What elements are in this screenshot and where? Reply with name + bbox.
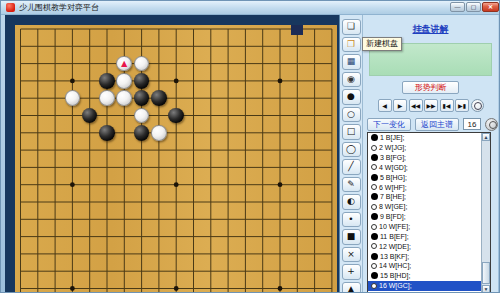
move-list-item[interactable]: 15 B[HD]; — [368, 271, 481, 281]
black-stone-tool-button[interactable]: ● — [342, 89, 361, 105]
move-label: 10 W[FE]; — [379, 223, 410, 230]
move-list-item[interactable]: 1 B[JE]; — [368, 133, 481, 143]
scrollbar-thumb[interactable] — [482, 262, 490, 284]
close-button[interactable]: ✕ — [482, 2, 499, 12]
white-stone-icon — [371, 145, 377, 151]
move-label: 4 W[GD]; — [379, 164, 408, 171]
star-point — [174, 182, 179, 187]
black-stone-icon — [371, 253, 378, 260]
black-stone-icon — [371, 174, 378, 181]
star-point — [278, 286, 283, 291]
white-stone-icon — [371, 243, 377, 249]
go-board-frame: ▲ — [5, 15, 339, 293]
move-label: 14 W[HC]; — [379, 262, 411, 269]
star-point — [278, 182, 283, 187]
app-window: 少儿围棋教学对弈平台 — ▢ ✕ ▲ ❏❐▦◉●○□◯╱✎◐•■×+▲ 新建棋盘… — [0, 0, 500, 293]
stone-black[interactable] — [82, 108, 98, 124]
go-end-button[interactable]: ▶▮ — [455, 99, 469, 112]
edit-toolbar: ❏❐▦◉●○□◯╱✎◐•■×+▲ — [339, 15, 363, 293]
stone-white[interactable] — [65, 90, 81, 106]
move-list-item[interactable]: 14 W[HC]; — [368, 261, 481, 271]
circle-mark-tool-button[interactable]: ◯ — [342, 142, 361, 158]
black-stone-icon — [371, 193, 378, 200]
stone-black[interactable] — [134, 73, 150, 89]
square-marker — [291, 25, 303, 35]
freehand-tool-button[interactable]: ✎ — [342, 177, 361, 193]
white-stone-icon — [371, 204, 377, 210]
timer-button[interactable] — [485, 118, 498, 131]
move-list-item[interactable]: 16 W[GC]; — [368, 281, 481, 291]
stone-black[interactable] — [134, 90, 150, 106]
black-stone-icon — [371, 272, 378, 279]
move-counter[interactable]: 16 — [463, 118, 481, 130]
alternate-stone-tool-button[interactable]: ◐ — [342, 194, 361, 210]
star-point — [70, 286, 75, 291]
move-list-item[interactable]: 7 B[HE]; — [368, 192, 481, 202]
move-label: 16 W[GC]; — [379, 282, 412, 289]
move-label: 13 B[KF]; — [380, 253, 409, 260]
minimize-button[interactable]: — — [450, 2, 465, 12]
move-list-item[interactable]: 6 W[HF]; — [368, 182, 481, 192]
move-list-item[interactable]: 4 W[GD]; — [368, 163, 481, 173]
white-stone-icon — [371, 164, 377, 170]
move-list-item[interactable]: 9 B[FD]; — [368, 212, 481, 222]
stone-white[interactable] — [134, 108, 150, 124]
stone-white[interactable] — [151, 125, 167, 141]
stone-white[interactable] — [116, 73, 132, 89]
stone-black[interactable] — [99, 73, 115, 89]
move-label: 7 B[HE]; — [380, 193, 406, 200]
board-grid: ▲ — [15, 25, 337, 141]
move-list-item[interactable]: 2 W[JG]; — [368, 143, 481, 153]
app-logo-icon — [6, 3, 15, 12]
move-label: 11 B[EF]; — [380, 233, 409, 240]
move-label: 9 B[FD]; — [380, 213, 406, 220]
move-label: 6 W[HF]; — [379, 184, 407, 191]
stone-white[interactable] — [99, 90, 115, 106]
move-label: 5 B[HG]; — [380, 174, 407, 181]
go-start-button[interactable]: ▮◀ — [440, 99, 454, 112]
stone-white[interactable] — [134, 56, 150, 72]
move-label: 1 B[JE]; — [380, 134, 405, 141]
move-list[interactable]: 1 B[JE];2 W[JG];3 B[FG];4 W[GD];5 B[HG];… — [367, 132, 491, 293]
step-back-button[interactable]: ◀ — [378, 99, 392, 112]
maximize-button[interactable]: ▢ — [466, 2, 481, 12]
move-list-item[interactable]: 3 B[FG]; — [368, 153, 481, 163]
move-list-scrollbar[interactable]: ▲ ▼ — [481, 133, 490, 293]
star-point — [174, 286, 179, 291]
move-list-item[interactable]: 13 B[KF]; — [368, 251, 481, 261]
triangle-mark-tool-button[interactable]: ▲ — [342, 282, 361, 293]
step-forward-button[interactable]: ▶ — [393, 99, 407, 112]
line-tool-button[interactable]: ╱ — [342, 159, 361, 175]
next-variation-button[interactable]: 下一变化 — [367, 118, 411, 131]
stone-black[interactable] — [168, 108, 184, 124]
move-label: 15 B[HD]; — [380, 272, 410, 279]
black-stone-icon — [371, 233, 378, 240]
stone-black[interactable] — [151, 90, 167, 106]
review-panel: 挂盘讲解 形势判断 ◀▶◀◀▶▶▮◀▶▮ 下一变化 返回主谱 16 1 B[JE… — [363, 15, 498, 293]
stone-white[interactable] — [116, 90, 132, 106]
square-mark-tool-button[interactable]: □ — [342, 124, 361, 140]
star-point — [70, 182, 75, 187]
scroll-down-arrow[interactable]: ▼ — [482, 285, 490, 293]
move-label: 8 W[GE]; — [379, 203, 407, 210]
fast-forward-button[interactable]: ▶▶ — [424, 99, 438, 112]
move-label: 12 W[DE]; — [379, 243, 411, 250]
white-stone-icon — [371, 283, 377, 289]
open-file-button[interactable]: ❐ — [342, 37, 361, 53]
fast-back-button[interactable]: ◀◀ — [409, 99, 423, 112]
stone-black[interactable] — [99, 125, 115, 141]
move-list-item[interactable]: 11 B[EF]; — [368, 231, 481, 241]
panel-title: 挂盘讲解 — [363, 23, 498, 36]
black-stone-icon — [371, 134, 378, 141]
title-bar: 少儿围棋教学对弈平台 — ▢ ✕ — [1, 1, 500, 15]
stone-black[interactable] — [134, 125, 150, 141]
variation-row: 下一变化 返回主谱 16 — [363, 117, 498, 131]
move-label: 2 W[JG]; — [379, 144, 406, 151]
edit-stone-button[interactable]: ◉ — [342, 72, 361, 88]
new-file-button[interactable]: ❏ — [342, 19, 361, 35]
scroll-up-arrow[interactable]: ▲ — [482, 133, 490, 141]
back-to-main-button[interactable]: 返回主谱 — [415, 118, 459, 131]
move-list-item[interactable]: 10 W[FE]; — [368, 222, 481, 232]
white-stone-icon — [371, 263, 377, 269]
clock-button[interactable] — [471, 99, 484, 112]
tooltip-new-board: 新建棋盘 — [362, 37, 402, 51]
white-stone-tool-button[interactable]: ○ — [342, 107, 361, 123]
black-stone-icon — [371, 213, 378, 220]
dot-mark-tool-button[interactable]: • — [342, 212, 361, 228]
move-list-item[interactable]: 8 W[GE]; — [368, 202, 481, 212]
go-board[interactable]: ▲ — [15, 25, 337, 293]
plus-mark-tool-button[interactable]: + — [342, 264, 361, 280]
black-stone-icon — [371, 154, 378, 161]
white-stone-icon — [371, 184, 377, 190]
move-label: 3 B[FG]; — [380, 154, 406, 161]
last-move-triangle-marker: ▲ — [116, 55, 133, 72]
white-stone-icon — [371, 224, 377, 230]
move-list-item[interactable]: 5 B[HG]; — [368, 172, 481, 182]
x-mark-tool-button[interactable]: × — [342, 247, 361, 263]
move-list-item[interactable]: 12 W[DE]; — [368, 241, 481, 251]
save-file-button[interactable]: ▦ — [342, 54, 361, 70]
filled-square-tool-button[interactable]: ■ — [342, 229, 361, 245]
window-title: 少儿围棋教学对弈平台 — [19, 1, 99, 15]
position-judge-button[interactable]: 形势判断 — [402, 81, 459, 94]
navigation-row: ◀▶◀◀▶▶▮◀▶▮ — [363, 98, 498, 112]
